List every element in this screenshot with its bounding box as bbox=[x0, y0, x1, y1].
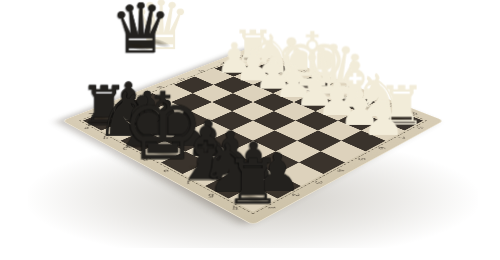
rank-label-left-8: 8 bbox=[226, 53, 252, 58]
file-label-far-c: c bbox=[292, 68, 320, 73]
chess-board: abcdefgh 87654321 abcdefgh 87654321 ♛♛♜♞… bbox=[63, 46, 442, 223]
rank-label-left-7: 7 bbox=[207, 60, 234, 65]
rank-label-left-6: 6 bbox=[187, 68, 215, 73]
chess-set-photo: abcdefgh 87654321 abcdefgh 87654321 ♛♛♜♞… bbox=[0, 0, 500, 260]
file-label-far-a: a bbox=[253, 53, 279, 58]
rank-label-left-2: 2 bbox=[99, 101, 130, 107]
piece-shadow bbox=[122, 40, 154, 53]
rank-label-left-4: 4 bbox=[144, 84, 173, 90]
file-label-far-e: e bbox=[332, 84, 361, 90]
playing-grid bbox=[83, 54, 423, 212]
file-label-far-f: f bbox=[354, 93, 384, 99]
rank-label-left-3: 3 bbox=[122, 93, 152, 99]
file-label-far-h: h bbox=[399, 111, 431, 117]
file-label-far-b: b bbox=[272, 60, 299, 65]
white-queen-spare: ♛ bbox=[127, 0, 195, 60]
rank-label-left-1: 1 bbox=[75, 111, 107, 117]
rank-label-left-5: 5 bbox=[166, 76, 194, 81]
file-label-far-g: g bbox=[376, 101, 407, 107]
piece-shadow bbox=[143, 36, 175, 49]
file-label-far-d: d bbox=[312, 76, 340, 81]
board-mat: abcdefgh 87654321 abcdefgh 87654321 ♛♛♜♞… bbox=[62, 46, 444, 225]
black-queen-spare: ♛ bbox=[106, 0, 175, 64]
